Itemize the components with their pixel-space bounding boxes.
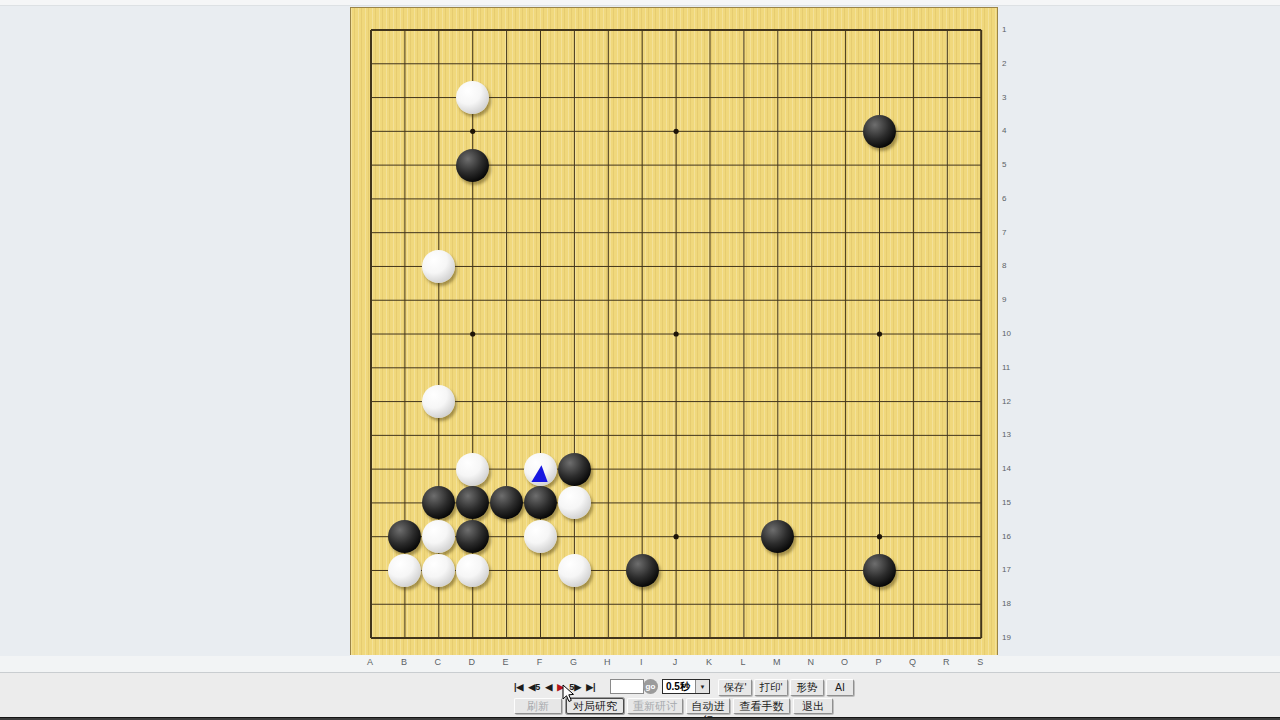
save-button[interactable]: 保存' [718, 679, 752, 696]
black-stone [456, 149, 489, 182]
column-label: B [394, 657, 414, 667]
column-label: K [699, 657, 719, 667]
chevron-down-icon[interactable]: ▼ [695, 680, 709, 693]
nav-back-button[interactable]: ◀ [545, 682, 552, 692]
re-discuss-button[interactable]: 重新研讨 [627, 698, 683, 714]
nav-play-button[interactable]: ▶ [557, 682, 564, 692]
row-label: 16 [1002, 532, 1011, 541]
row-label: 2 [1002, 59, 1006, 68]
column-label: I [631, 657, 651, 667]
row-label: 10 [1002, 329, 1011, 338]
column-label: M [767, 657, 787, 667]
column-label: D [462, 657, 482, 667]
row-labels: 12345678910111213141516171819 [1000, 7, 1016, 656]
row-label: 5 [1002, 160, 1006, 169]
control-bar: |◀ ◀5 ◀ ▶ 5▶ ▶| go 0.5秒 ▼ 保存' 打印' 形势 AI … [0, 672, 1280, 719]
refresh-button[interactable]: 刷新 [514, 698, 562, 714]
row-label: 15 [1002, 498, 1011, 507]
row-label: 1 [1002, 25, 1006, 34]
delay-select[interactable]: 0.5秒 ▼ [662, 679, 710, 694]
nav-first-button[interactable]: |◀ [514, 682, 523, 692]
row-label: 13 [1002, 430, 1011, 439]
column-label: R [936, 657, 956, 667]
column-label: P [869, 657, 889, 667]
column-label: N [801, 657, 821, 667]
row-label: 17 [1002, 565, 1011, 574]
black-stone [863, 115, 896, 148]
white-stone [558, 554, 591, 587]
row-label: 7 [1002, 228, 1006, 237]
row-label: 9 [1002, 295, 1006, 304]
white-stone [456, 81, 489, 114]
view-move-count-button[interactable]: 查看手数 [733, 698, 790, 714]
row-label: 18 [1002, 599, 1011, 608]
row-label: 14 [1002, 464, 1011, 473]
row-label: 3 [1002, 93, 1006, 102]
column-label: E [496, 657, 516, 667]
row-label: 4 [1002, 126, 1006, 135]
column-label: Q [902, 657, 922, 667]
white-stone [456, 453, 489, 486]
black-stone [558, 453, 591, 486]
auto-play-button[interactable]: 自动进行 [686, 698, 730, 714]
column-label: F [530, 657, 550, 667]
white-stone [456, 554, 489, 587]
column-label: J [665, 657, 685, 667]
nav-back5-button[interactable]: ◀5 [528, 682, 540, 692]
row-label: 11 [1002, 363, 1010, 372]
delay-select-value: 0.5秒 [663, 680, 695, 694]
column-label: C [428, 657, 448, 667]
row-label: 8 [1002, 261, 1006, 270]
nav-last-button[interactable]: ▶| [586, 682, 595, 692]
ai-button[interactable]: AI [826, 679, 854, 696]
column-label: S [970, 657, 990, 667]
nav-group: |◀ ◀5 ◀ ▶ 5▶ ▶| [514, 682, 596, 692]
column-label: A [360, 657, 380, 667]
situation-button[interactable]: 形势 [790, 679, 824, 696]
black-stone [863, 554, 896, 587]
row-label: 19 [1002, 633, 1011, 642]
black-stone [626, 554, 659, 587]
move-number-input[interactable] [610, 679, 644, 694]
go-board[interactable] [350, 7, 998, 656]
exit-button[interactable]: 退出 [793, 698, 833, 714]
nav-forward5-button[interactable]: 5▶ [569, 682, 581, 692]
print-button[interactable]: 打印' [754, 679, 788, 696]
column-label: H [597, 657, 617, 667]
game-research-button[interactable]: 对局研究 [566, 698, 624, 714]
column-label: L [733, 657, 753, 667]
white-stone [524, 520, 557, 553]
column-labels: ABCDEFGHIJKLMNOPQRS [350, 655, 998, 671]
last-move-marker [531, 465, 548, 482]
go-button[interactable]: go [643, 679, 658, 694]
row-label: 6 [1002, 194, 1006, 203]
white-stone [524, 453, 557, 486]
column-label: G [563, 657, 583, 667]
column-label: O [835, 657, 855, 667]
row-label: 12 [1002, 397, 1011, 406]
window-top-strip [0, 0, 1280, 6]
